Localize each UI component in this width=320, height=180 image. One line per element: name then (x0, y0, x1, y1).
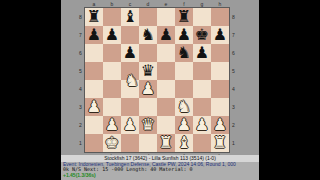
rank-label-3: 3 (230, 98, 237, 116)
eval-text: +1.45(1.3/36s) (61, 172, 261, 178)
rank-labels-right: 87654321 (230, 8, 237, 152)
piece-white-knight-c4[interactable]: ♞ (123, 72, 141, 90)
rank-label-6: 6 (230, 44, 237, 62)
piece-black-knight-d7[interactable]: ♞ (139, 26, 157, 44)
square-g6[interactable]: ♟ (193, 44, 211, 62)
rank-label-1: 1 (230, 134, 237, 152)
square-d8[interactable] (139, 8, 157, 26)
file-label-e: e (157, 1, 175, 7)
rank-label-2: 2 (77, 116, 84, 134)
square-e7[interactable]: ♟ (157, 26, 175, 44)
square-b6[interactable] (103, 44, 121, 62)
piece-white-king-b1[interactable]: ♚ (103, 134, 121, 152)
piece-black-knight-f6[interactable]: ♞ (175, 44, 193, 62)
video-frame: abcdefgh 87654321 87654321 abcdefgh ♜♝♜♟… (0, 0, 320, 180)
square-b5[interactable] (103, 62, 121, 80)
square-c2[interactable]: ♟ (121, 116, 139, 134)
square-h7[interactable]: ♟ (211, 26, 229, 44)
piece-black-pawn-e7[interactable]: ♟ (157, 26, 175, 44)
square-e3[interactable] (157, 98, 175, 116)
square-g5[interactable] (193, 62, 211, 80)
piece-white-pawn-b2[interactable]: ♟ (103, 116, 121, 134)
file-label-d: d (139, 1, 157, 7)
square-a3[interactable]: ♟ (85, 98, 103, 116)
piece-black-pawn-c6[interactable]: ♟ (121, 44, 139, 62)
rank-label-6: 6 (77, 44, 84, 62)
piece-black-bishop-c8[interactable]: ♝ (121, 8, 139, 26)
rank-label-7: 7 (77, 26, 84, 44)
square-f5[interactable] (175, 62, 193, 80)
square-a1[interactable] (85, 134, 103, 152)
piece-white-pawn-f2[interactable]: ♟ (175, 116, 193, 134)
rank-label-8: 8 (230, 8, 237, 26)
square-b1[interactable]: ♚ (103, 134, 121, 152)
piece-white-pawn-c2[interactable]: ♟ (121, 116, 139, 134)
square-c8[interactable]: ♝ (121, 8, 139, 26)
piece-white-pawn-h2[interactable]: ♟ (211, 116, 229, 134)
piece-black-pawn-g6[interactable]: ♟ (193, 44, 211, 62)
rank-label-3: 3 (77, 98, 84, 116)
square-a4[interactable] (85, 80, 103, 98)
square-c3[interactable] (121, 98, 139, 116)
square-d6[interactable] (139, 44, 157, 62)
piece-black-pawn-b7[interactable]: ♟ (103, 26, 121, 44)
square-c1[interactable] (121, 134, 139, 152)
square-f3[interactable]: ♞ (175, 98, 193, 116)
square-d7[interactable]: ♞ (139, 26, 157, 44)
piece-white-pawn-a3[interactable]: ♟ (85, 98, 103, 116)
letterbox-left (0, 0, 61, 180)
rank-label-8: 8 (77, 8, 84, 26)
square-e4[interactable] (157, 80, 175, 98)
rank-label-5: 5 (77, 62, 84, 80)
square-h3[interactable] (211, 98, 229, 116)
square-f7[interactable]: ♟ (175, 26, 193, 44)
square-g4[interactable] (193, 80, 211, 98)
square-h6[interactable] (211, 44, 229, 62)
square-g1[interactable] (193, 134, 211, 152)
piece-white-queen-d2[interactable]: ♛ (139, 116, 157, 134)
square-b7[interactable]: ♟ (103, 26, 121, 44)
square-h8[interactable] (211, 8, 229, 26)
rank-label-7: 7 (230, 26, 237, 44)
square-d5[interactable]: ♛ (139, 62, 157, 80)
square-h2[interactable]: ♟ (211, 116, 229, 134)
square-c7[interactable] (121, 26, 139, 44)
rank-label-1: 1 (77, 134, 84, 152)
piece-black-pawn-a7[interactable]: ♟ (85, 26, 103, 44)
square-d1[interactable] (139, 134, 157, 152)
square-f8[interactable]: ♜ (175, 8, 193, 26)
piece-black-pawn-h7[interactable]: ♟ (211, 26, 229, 44)
piece-white-pawn-d4[interactable]: ♟ (139, 80, 157, 98)
file-label-h: h (211, 1, 229, 7)
square-b8[interactable] (103, 8, 121, 26)
game-info-footer: Stockfish 17 (3642) - Lilla Sunfish 113 … (61, 155, 259, 180)
letterbox-right (259, 0, 320, 180)
piece-black-king-g7[interactable]: ♚ (193, 26, 211, 44)
square-b4[interactable] (103, 80, 121, 98)
square-h4[interactable] (211, 80, 229, 98)
square-a5[interactable] (85, 62, 103, 80)
file-label-b: b (103, 1, 121, 7)
square-e8[interactable] (157, 8, 175, 26)
piece-white-rook-h1[interactable]: ♜ (211, 134, 229, 152)
square-g8[interactable] (193, 8, 211, 26)
piece-white-knight-f3[interactable]: ♞ (175, 98, 193, 116)
file-labels-top: abcdefgh (85, 1, 229, 7)
piece-black-rook-a8[interactable]: ♜ (85, 8, 103, 26)
players-line: Stockfish 17 (3642) - Lilla Sunfish 113 … (61, 155, 259, 162)
square-e1[interactable]: ♜ (157, 134, 175, 152)
square-a2[interactable] (85, 116, 103, 134)
square-e6[interactable] (157, 44, 175, 62)
piece-black-queen-d5[interactable]: ♛ (139, 62, 157, 80)
square-f2[interactable]: ♟ (175, 116, 193, 134)
piece-white-pawn-g2[interactable]: ♟ (193, 116, 211, 134)
square-h5[interactable] (211, 62, 229, 80)
rank-label-4: 4 (77, 80, 84, 98)
square-g7[interactable]: ♚ (193, 26, 211, 44)
square-a8[interactable]: ♜ (85, 8, 103, 26)
square-e5[interactable] (157, 62, 175, 80)
piece-black-rook-f8[interactable]: ♜ (175, 8, 193, 26)
rank-label-2: 2 (230, 116, 237, 134)
square-c4[interactable]: ♞ (121, 80, 139, 98)
square-g3[interactable] (193, 98, 211, 116)
rank-label-4: 4 (230, 80, 237, 98)
piece-black-pawn-f7[interactable]: ♟ (175, 26, 193, 44)
square-e2[interactable] (157, 116, 175, 134)
square-f1[interactable]: ♝ (175, 134, 193, 152)
square-d3[interactable] (139, 98, 157, 116)
piece-white-bishop-f1[interactable]: ♝ (175, 134, 193, 152)
rank-labels-left: 87654321 (77, 8, 84, 152)
piece-white-rook-e1[interactable]: ♜ (157, 134, 175, 152)
square-d2[interactable]: ♛ (139, 116, 157, 134)
square-c6[interactable]: ♟ (121, 44, 139, 62)
chess-board: ♜♝♜♟♟♞♟♟♚♟♟♞♟♛♞♟♟♞♟♟♛♟♟♟♚♜♝♜ (85, 8, 229, 152)
square-f6[interactable]: ♞ (175, 44, 193, 62)
square-d4[interactable]: ♟ (139, 80, 157, 98)
square-a7[interactable]: ♟ (85, 26, 103, 44)
square-b3[interactable] (103, 98, 121, 116)
square-b2[interactable]: ♟ (103, 116, 121, 134)
square-a6[interactable] (85, 44, 103, 62)
square-g2[interactable]: ♟ (193, 116, 211, 134)
square-h1[interactable]: ♜ (211, 134, 229, 152)
chess-gui-panel: abcdefgh 87654321 87654321 abcdefgh ♜♝♜♟… (61, 0, 259, 180)
square-f4[interactable] (175, 80, 193, 98)
file-label-g: g (193, 1, 211, 7)
rank-label-5: 5 (230, 62, 237, 80)
